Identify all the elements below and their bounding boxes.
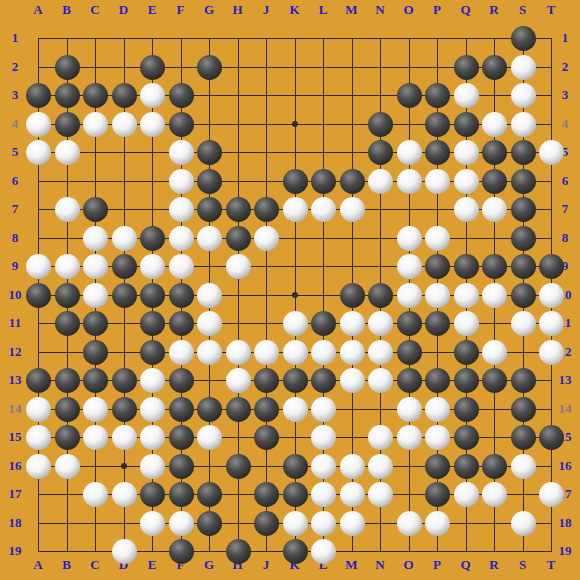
black-stone-K16[interactable] [283,454,308,479]
white-stone-O9[interactable] [397,254,422,279]
white-stone-O18[interactable] [397,511,422,536]
white-stone-F18[interactable] [169,511,194,536]
white-stone-S16[interactable] [511,454,536,479]
star-point [292,121,298,127]
white-stone-O14[interactable] [397,397,422,422]
row-label-left: 13 [2,373,28,387]
black-stone-E12[interactable] [140,340,165,365]
white-stone-D15[interactable] [112,425,137,450]
white-stone-G11[interactable] [197,311,222,336]
row-label-right: 19 [552,544,578,558]
black-stone-Q12[interactable] [454,340,479,365]
white-stone-Q3[interactable] [454,83,479,108]
column-label-bottom: M [338,558,366,572]
black-stone-F15[interactable] [169,425,194,450]
white-stone-K14[interactable] [283,397,308,422]
black-stone-P4[interactable] [425,112,450,137]
white-stone-J12[interactable] [254,340,279,365]
column-label-bottom: A [24,558,52,572]
black-stone-M10[interactable] [340,283,365,308]
row-label-right: 16 [552,459,578,473]
black-stone-P3[interactable] [425,83,450,108]
row-label-right: 14 [552,402,578,416]
white-stone-L12[interactable] [311,340,336,365]
black-stone-F17[interactable] [169,482,194,507]
black-stone-N10[interactable] [368,283,393,308]
black-stone-J15[interactable] [254,425,279,450]
white-stone-H9[interactable] [226,254,251,279]
white-stone-B9[interactable] [55,254,80,279]
black-stone-D14[interactable] [112,397,137,422]
white-stone-N17[interactable] [368,482,393,507]
star-point [292,292,298,298]
row-label-right: 8 [552,231,578,245]
white-stone-A5[interactable] [26,140,51,165]
black-stone-G5[interactable] [197,140,222,165]
row-label-right: 4 [552,117,578,131]
black-stone-R13[interactable] [482,368,507,393]
white-stone-O8[interactable] [397,226,422,251]
white-stone-A16[interactable] [26,454,51,479]
black-stone-S9[interactable] [511,254,536,279]
white-stone-D4[interactable] [112,112,137,137]
white-stone-F7[interactable] [169,197,194,222]
column-label-top: F [167,3,195,17]
black-stone-K6[interactable] [283,169,308,194]
black-stone-R6[interactable] [482,169,507,194]
white-stone-E18[interactable] [140,511,165,536]
row-label-left: 9 [2,259,28,273]
white-stone-G12[interactable] [197,340,222,365]
black-stone-N5[interactable] [368,140,393,165]
black-stone-C7[interactable] [83,197,108,222]
black-stone-E2[interactable] [140,55,165,80]
column-label-top: J [252,3,280,17]
black-stone-L11[interactable] [311,311,336,336]
white-stone-O6[interactable] [397,169,422,194]
black-stone-B13[interactable] [55,368,80,393]
row-label-left: 19 [2,544,28,558]
black-stone-L6[interactable] [311,169,336,194]
white-stone-T17[interactable] [539,482,564,507]
column-label-top: N [366,3,394,17]
white-stone-K7[interactable] [283,197,308,222]
row-label-left: 6 [2,174,28,188]
white-stone-O10[interactable] [397,283,422,308]
black-stone-E10[interactable] [140,283,165,308]
black-stone-K13[interactable] [283,368,308,393]
column-label-bottom: J [252,558,280,572]
white-stone-S2[interactable] [511,55,536,80]
column-label-top: H [224,3,252,17]
black-stone-P5[interactable] [425,140,450,165]
row-label-left: 10 [2,288,28,302]
black-stone-O3[interactable] [397,83,422,108]
row-label-right: 3 [552,88,578,102]
black-stone-P9[interactable] [425,254,450,279]
white-stone-F8[interactable] [169,226,194,251]
white-stone-D19[interactable] [112,539,137,564]
column-label-top: A [24,3,52,17]
white-stone-A9[interactable] [26,254,51,279]
row-label-left: 17 [2,487,28,501]
row-label-right: 18 [552,516,578,530]
black-stone-S1[interactable] [511,26,536,51]
black-stone-C12[interactable] [83,340,108,365]
black-stone-B15[interactable] [55,425,80,450]
white-stone-B5[interactable] [55,140,80,165]
white-stone-L7[interactable] [311,197,336,222]
column-label-bottom: B [53,558,81,572]
black-stone-O12[interactable] [397,340,422,365]
white-stone-M12[interactable] [340,340,365,365]
black-stone-B14[interactable] [55,397,80,422]
black-stone-K17[interactable] [283,482,308,507]
white-stone-M13[interactable] [340,368,365,393]
black-stone-G18[interactable] [197,511,222,536]
column-label-bottom: C [81,558,109,572]
white-stone-L17[interactable] [311,482,336,507]
white-stone-E3[interactable] [140,83,165,108]
white-stone-M17[interactable] [340,482,365,507]
white-stone-P8[interactable] [425,226,450,251]
white-stone-S18[interactable] [511,511,536,536]
black-stone-J17[interactable] [254,482,279,507]
black-stone-G17[interactable] [197,482,222,507]
black-stone-C11[interactable] [83,311,108,336]
white-stone-D8[interactable] [112,226,137,251]
black-stone-S6[interactable] [511,169,536,194]
black-stone-B10[interactable] [55,283,80,308]
column-label-top: L [309,3,337,17]
black-stone-B3[interactable] [55,83,80,108]
white-stone-M11[interactable] [340,311,365,336]
go-board[interactable]: AABBCCDDEEFFGGHHJJKKLLMMNNOOPPQQRRSSTT11… [0,0,580,580]
white-stone-F6[interactable] [169,169,194,194]
white-stone-R17[interactable] [482,482,507,507]
column-label-bottom: G [195,558,223,572]
white-stone-E4[interactable] [140,112,165,137]
column-label-top: Q [452,3,480,17]
black-stone-Q4[interactable] [454,112,479,137]
black-stone-H7[interactable] [226,197,251,222]
column-label-bottom: S [509,558,537,572]
white-stone-R4[interactable] [482,112,507,137]
white-stone-M7[interactable] [340,197,365,222]
black-stone-G2[interactable] [197,55,222,80]
white-stone-E9[interactable] [140,254,165,279]
white-stone-P10[interactable] [425,283,450,308]
white-stone-B16[interactable] [55,454,80,479]
white-stone-L16[interactable] [311,454,336,479]
white-stone-E16[interactable] [140,454,165,479]
black-stone-K19[interactable] [283,539,308,564]
white-stone-J8[interactable] [254,226,279,251]
black-stone-F10[interactable] [169,283,194,308]
white-stone-E14[interactable] [140,397,165,422]
black-stone-R9[interactable] [482,254,507,279]
row-label-right: 6 [552,174,578,188]
white-stone-C17[interactable] [83,482,108,507]
white-stone-C9[interactable] [83,254,108,279]
black-stone-R16[interactable] [482,454,507,479]
white-stone-T11[interactable] [539,311,564,336]
white-stone-R10[interactable] [482,283,507,308]
black-stone-Q16[interactable] [454,454,479,479]
black-stone-Q14[interactable] [454,397,479,422]
black-stone-A10[interactable] [26,283,51,308]
white-stone-N15[interactable] [368,425,393,450]
white-stone-G8[interactable] [197,226,222,251]
black-stone-L13[interactable] [311,368,336,393]
white-stone-C14[interactable] [83,397,108,422]
black-stone-J14[interactable] [254,397,279,422]
black-stone-H8[interactable] [226,226,251,251]
white-stone-A15[interactable] [26,425,51,450]
black-stone-F14[interactable] [169,397,194,422]
white-stone-A14[interactable] [26,397,51,422]
black-stone-C3[interactable] [83,83,108,108]
white-stone-N12[interactable] [368,340,393,365]
row-label-left: 5 [2,145,28,159]
white-stone-L18[interactable] [311,511,336,536]
row-label-left: 12 [2,345,28,359]
white-stone-H13[interactable] [226,368,251,393]
column-label-top: M [338,3,366,17]
white-stone-P14[interactable] [425,397,450,422]
column-label-top: C [81,3,109,17]
column-label-bottom: R [480,558,508,572]
white-stone-O15[interactable] [397,425,422,450]
column-label-bottom: O [395,558,423,572]
white-stone-N11[interactable] [368,311,393,336]
black-stone-S5[interactable] [511,140,536,165]
black-stone-B2[interactable] [55,55,80,80]
white-stone-K18[interactable] [283,511,308,536]
black-stone-E17[interactable] [140,482,165,507]
black-stone-P16[interactable] [425,454,450,479]
white-stone-E13[interactable] [140,368,165,393]
black-stone-S7[interactable] [511,197,536,222]
star-point [121,463,127,469]
black-stone-G6[interactable] [197,169,222,194]
black-stone-F16[interactable] [169,454,194,479]
white-stone-C8[interactable] [83,226,108,251]
black-stone-T15[interactable] [539,425,564,450]
white-stone-L14[interactable] [311,397,336,422]
white-stone-R7[interactable] [482,197,507,222]
black-stone-R5[interactable] [482,140,507,165]
black-stone-D3[interactable] [112,83,137,108]
row-label-left: 2 [2,60,28,74]
white-stone-C15[interactable] [83,425,108,450]
white-stone-N6[interactable] [368,169,393,194]
white-stone-C4[interactable] [83,112,108,137]
black-stone-P11[interactable] [425,311,450,336]
white-stone-G10[interactable] [197,283,222,308]
column-label-top: B [53,3,81,17]
black-stone-D9[interactable] [112,254,137,279]
row-label-right: 7 [552,202,578,216]
black-stone-S13[interactable] [511,368,536,393]
white-stone-N13[interactable] [368,368,393,393]
row-label-left: 8 [2,231,28,245]
black-stone-S10[interactable] [511,283,536,308]
black-stone-F19[interactable] [169,539,194,564]
white-stone-Q17[interactable] [454,482,479,507]
black-stone-N4[interactable] [368,112,393,137]
white-stone-F9[interactable] [169,254,194,279]
black-stone-M6[interactable] [340,169,365,194]
white-stone-L19[interactable] [311,539,336,564]
column-label-top: G [195,3,223,17]
white-stone-M18[interactable] [340,511,365,536]
black-stone-E8[interactable] [140,226,165,251]
row-label-right: 13 [552,373,578,387]
black-stone-S14[interactable] [511,397,536,422]
white-stone-S11[interactable] [511,311,536,336]
black-stone-T9[interactable] [539,254,564,279]
white-stone-S3[interactable] [511,83,536,108]
white-stone-T5[interactable] [539,140,564,165]
white-stone-R12[interactable] [482,340,507,365]
column-label-bottom: P [423,558,451,572]
row-label-left: 18 [2,516,28,530]
column-label-bottom: E [138,558,166,572]
black-stone-Q15[interactable] [454,425,479,450]
black-stone-P17[interactable] [425,482,450,507]
row-label-right: 2 [552,60,578,74]
black-stone-A13[interactable] [26,368,51,393]
black-stone-Q2[interactable] [454,55,479,80]
black-stone-J7[interactable] [254,197,279,222]
black-stone-H16[interactable] [226,454,251,479]
white-stone-Q11[interactable] [454,311,479,336]
column-label-top: K [281,3,309,17]
white-stone-P18[interactable] [425,511,450,536]
black-stone-J18[interactable] [254,511,279,536]
white-stone-M16[interactable] [340,454,365,479]
row-label-left: 14 [2,402,28,416]
white-stone-Q7[interactable] [454,197,479,222]
black-stone-S15[interactable] [511,425,536,450]
black-stone-O11[interactable] [397,311,422,336]
white-stone-C10[interactable] [83,283,108,308]
black-stone-F11[interactable] [169,311,194,336]
white-stone-K12[interactable] [283,340,308,365]
white-stone-L15[interactable] [311,425,336,450]
white-stone-T12[interactable] [539,340,564,365]
white-stone-P15[interactable] [425,425,450,450]
white-stone-Q5[interactable] [454,140,479,165]
column-label-top: R [480,3,508,17]
white-stone-B7[interactable] [55,197,80,222]
column-label-bottom: N [366,558,394,572]
row-label-left: 16 [2,459,28,473]
black-stone-Q13[interactable] [454,368,479,393]
white-stone-F12[interactable] [169,340,194,365]
black-stone-D13[interactable] [112,368,137,393]
black-stone-A3[interactable] [26,83,51,108]
black-stone-S8[interactable] [511,226,536,251]
row-label-left: 15 [2,430,28,444]
black-stone-Q9[interactable] [454,254,479,279]
white-stone-P6[interactable] [425,169,450,194]
black-stone-H19[interactable] [226,539,251,564]
white-stone-K11[interactable] [283,311,308,336]
black-stone-G7[interactable] [197,197,222,222]
white-stone-O5[interactable] [397,140,422,165]
column-label-top: D [110,3,138,17]
white-stone-Q10[interactable] [454,283,479,308]
white-stone-D17[interactable] [112,482,137,507]
black-stone-R2[interactable] [482,55,507,80]
black-stone-F13[interactable] [169,368,194,393]
black-stone-B11[interactable] [55,311,80,336]
black-stone-H14[interactable] [226,397,251,422]
column-label-top: S [509,3,537,17]
black-stone-C13[interactable] [83,368,108,393]
row-label-left: 11 [2,316,28,330]
column-label-top: P [423,3,451,17]
white-stone-S4[interactable] [511,112,536,137]
black-stone-G14[interactable] [197,397,222,422]
white-stone-Q6[interactable] [454,169,479,194]
black-stone-O13[interactable] [397,368,422,393]
column-label-top: E [138,3,166,17]
black-stone-P13[interactable] [425,368,450,393]
white-stone-N16[interactable] [368,454,393,479]
column-label-top: T [537,3,565,17]
white-stone-H12[interactable] [226,340,251,365]
white-stone-E15[interactable] [140,425,165,450]
black-stone-J13[interactable] [254,368,279,393]
white-stone-T10[interactable] [539,283,564,308]
row-label-left: 4 [2,117,28,131]
black-stone-F3[interactable] [169,83,194,108]
white-stone-F5[interactable] [169,140,194,165]
row-label-left: 3 [2,88,28,102]
black-stone-F4[interactable] [169,112,194,137]
row-label-right: 1 [552,31,578,45]
column-label-bottom: Q [452,558,480,572]
column-label-bottom: T [537,558,565,572]
black-stone-D10[interactable] [112,283,137,308]
black-stone-B4[interactable] [55,112,80,137]
row-label-left: 1 [2,31,28,45]
white-stone-A4[interactable] [26,112,51,137]
row-label-left: 7 [2,202,28,216]
white-stone-G15[interactable] [197,425,222,450]
black-stone-E11[interactable] [140,311,165,336]
column-label-top: O [395,3,423,17]
